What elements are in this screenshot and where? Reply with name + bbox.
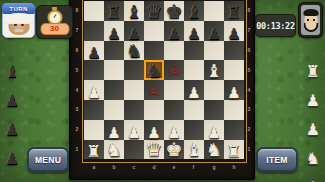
file-label-c: c	[133, 165, 136, 170]
left-rank-label-7: 7	[76, 28, 79, 33]
file-label-f: f	[193, 165, 195, 170]
tray-black-pawn: ♟	[1, 170, 23, 182]
chess-board: ☠☠♜♝♛♚♝♜♟♟♟♟♟♟♟♞♞♝♟♟♟♟♟♟♟♟♜♞♛♚♝♞♜ 887766…	[69, 0, 255, 180]
square-c4[interactable]	[124, 80, 144, 100]
right-rank-label-5: 5	[248, 68, 251, 73]
white-pawn-c2[interactable]: ♟	[124, 114, 144, 140]
tray-white-pawn: ♟	[302, 83, 324, 109]
square-g4[interactable]	[204, 80, 224, 100]
black-pawn-h7[interactable]: ♟	[224, 15, 244, 41]
white-pawn-f4[interactable]: ♟	[184, 74, 204, 100]
item-button[interactable]: ITEM	[256, 147, 298, 172]
white-rook-h1[interactable]: ♜	[224, 133, 244, 159]
file-label-e: e	[173, 165, 176, 170]
player-avatar	[8, 18, 29, 35]
white-queen-d1[interactable]: ♛	[144, 133, 164, 159]
opponent-avatar	[301, 5, 320, 35]
white-pawn-h4[interactable]: ♟	[224, 74, 244, 100]
black-queen-d8[interactable]: ♛	[144, 0, 164, 21]
square-d7[interactable]	[144, 21, 164, 41]
tray-white-rook: ♜	[302, 54, 324, 80]
file-label-a: a	[93, 165, 96, 170]
file-label-g: g	[213, 165, 216, 170]
right-rank-label-4: 4	[248, 88, 251, 93]
black-pawn-f7[interactable]: ♟	[184, 15, 204, 41]
skull-marker-d4: ☠	[144, 80, 164, 100]
square-a3[interactable]	[84, 100, 104, 120]
game-clock: 00:13:22	[255, 14, 296, 37]
white-bishop-g5[interactable]: ♝	[204, 54, 224, 80]
square-f6[interactable]	[184, 41, 204, 61]
white-pawn-a4[interactable]: ♟	[84, 74, 104, 100]
white-knight-g1[interactable]: ♞	[204, 133, 224, 159]
square-h3[interactable]	[224, 100, 244, 120]
opponent-hair	[303, 9, 318, 16]
tray-black-pawn: ♟	[1, 112, 23, 138]
right-rank-label-6: 6	[248, 48, 251, 53]
avatar-eyes	[13, 24, 24, 26]
black-pawn-e7[interactable]: ♟	[164, 15, 184, 41]
file-label-b: b	[113, 165, 116, 170]
avatar-mustache	[14, 29, 23, 32]
file-label-h: h	[233, 165, 236, 170]
file-label-d: d	[153, 165, 156, 170]
opponent-avatar-frame	[298, 2, 323, 38]
square-h6[interactable]	[224, 41, 244, 61]
right-rank-label-1: 1	[248, 147, 251, 152]
white-rook-a1[interactable]: ♜	[84, 133, 104, 159]
black-knight-d5[interactable]: ♞	[144, 54, 164, 80]
opponent-eyes	[306, 19, 315, 21]
left-rank-label-4: 4	[76, 88, 79, 93]
move-timer-value: 30	[40, 23, 69, 35]
square-e6[interactable]	[164, 41, 184, 61]
square-c1[interactable]	[124, 140, 144, 160]
opponent-beard	[303, 23, 318, 32]
left-rank-label-2: 2	[76, 127, 79, 132]
left-rank-label-8: 8	[76, 8, 79, 13]
skull-marker-e5: ☠	[164, 60, 184, 80]
white-knight-b1[interactable]: ♞	[104, 133, 124, 159]
right-rank-label-8: 8	[248, 8, 251, 13]
left-rank-label-6: 6	[76, 48, 79, 53]
right-rank-label-3: 3	[248, 107, 251, 112]
white-king-e1[interactable]: ♚	[164, 133, 184, 159]
board-grid: ☠☠♜♝♛♚♝♜♟♟♟♟♟♟♟♞♞♝♟♟♟♟♟♟♟♟♜♞♛♚♝♞♜	[84, 1, 244, 159]
tray-black-bishop: ♝	[1, 54, 23, 80]
square-f3[interactable]	[184, 100, 204, 120]
square-c5[interactable]	[124, 60, 144, 80]
square-b5[interactable]	[104, 60, 124, 80]
square-b6[interactable]	[104, 41, 124, 61]
left-rank-label-5: 5	[76, 68, 79, 73]
chess-game-screen: ☠☠♜♝♛♚♝♜♟♟♟♟♟♟♟♞♞♝♟♟♟♟♟♟♟♟♜♞♛♚♝♞♜ 887766…	[0, 0, 325, 182]
left-rank-label-1: 1	[76, 147, 79, 152]
move-timer-box: 30	[36, 5, 73, 39]
left-rank-label-3: 3	[76, 107, 79, 112]
menu-button[interactable]: MENU	[27, 147, 69, 172]
opponent-face	[304, 12, 317, 30]
right-rank-label-2: 2	[248, 127, 251, 132]
black-pawn-g7[interactable]: ♟	[204, 15, 224, 41]
black-pawn-a6[interactable]: ♟	[84, 34, 104, 60]
square-e4[interactable]	[164, 80, 184, 100]
turn-indicator-badge: TURN	[2, 3, 35, 38]
black-pawn-b7[interactable]: ♟	[104, 15, 124, 41]
tray-black-pawn: ♟	[1, 141, 23, 167]
avatar-hair	[4, 13, 33, 23]
black-knight-c6[interactable]: ♞	[124, 34, 144, 60]
square-b4[interactable]	[104, 80, 124, 100]
tray-white-pawn: ♟	[302, 170, 324, 182]
tray-black-pawn: ♟	[1, 83, 23, 109]
right-rank-label-7: 7	[248, 28, 251, 33]
square-a8[interactable]	[84, 1, 104, 21]
tray-white-knight: ♞	[302, 141, 324, 167]
white-bishop-f1[interactable]: ♝	[184, 133, 204, 159]
tray-white-pawn: ♟	[302, 112, 324, 138]
